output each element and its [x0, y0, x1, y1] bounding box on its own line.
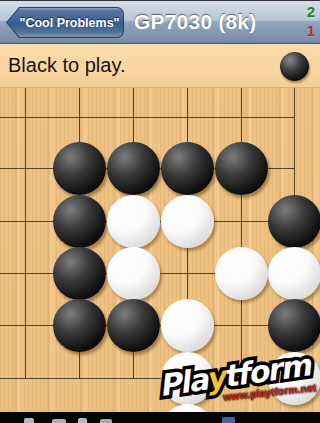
white-stone: [215, 247, 268, 300]
grid-line-vertical: [241, 88, 242, 379]
solved-count: 2: [299, 3, 315, 21]
grid-line-vertical: [25, 88, 26, 379]
white-stone: [107, 247, 160, 300]
black-stone: [107, 142, 160, 195]
back-button-face: "Cool Problems": [7, 8, 123, 37]
white-stone: [107, 195, 160, 248]
black-stone: [53, 299, 106, 352]
grid-line-horizontal: [0, 378, 295, 379]
white-stone: [161, 299, 214, 352]
bottom-black-bar: [0, 412, 320, 423]
cutoff-glyph: [78, 418, 87, 423]
black-stone: [53, 247, 106, 300]
cutoff-glyph: [24, 418, 34, 423]
status-bar: Black to play.: [0, 44, 320, 88]
white-stone: [161, 195, 214, 248]
white-stone: [161, 352, 214, 405]
grid-line-horizontal: [0, 117, 295, 118]
black-stone: [107, 299, 160, 352]
navigation-bar: "Cool Problems" GP7030 (8k) 2 1: [0, 0, 320, 44]
black-stone: [53, 142, 106, 195]
black-stone: [161, 142, 214, 195]
back-button-label: "Cool Problems": [10, 16, 119, 30]
failed-count: 1: [299, 22, 315, 40]
black-stone-icon: [280, 52, 309, 81]
cutoff-glyph: [52, 419, 66, 423]
cutoff-glyph: [222, 417, 235, 423]
cutoff-glyph: [100, 419, 112, 423]
page-title: GP7030 (8k): [134, 10, 256, 34]
black-stone: [268, 299, 320, 352]
app-screen: "Cool Problems" GP7030 (8k) 2 1 Black to…: [0, 0, 320, 423]
back-button[interactable]: "Cool Problems": [6, 7, 124, 38]
black-stone: [268, 195, 320, 248]
to-play-text: Black to play.: [8, 44, 125, 87]
go-board[interactable]: [0, 88, 320, 423]
white-stone: [268, 247, 320, 300]
black-stone: [53, 195, 106, 248]
black-stone: [215, 142, 268, 195]
white-stone: [268, 352, 320, 405]
